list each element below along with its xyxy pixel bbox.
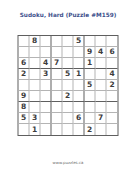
cell-r5c7-given: 5 [85, 80, 96, 91]
cell-r9c6-empty [74, 124, 85, 135]
cell-r3c8-empty [96, 58, 107, 69]
cell-r6c3-empty [41, 91, 52, 102]
cell-r6c8-empty [96, 91, 107, 102]
cell-r9c5-empty [63, 124, 74, 135]
cell-r1c7-empty [85, 36, 96, 47]
cell-r7c4-empty [52, 102, 63, 113]
cell-r5c1-empty [19, 80, 30, 91]
cell-r9c7-given: 2 [85, 124, 96, 135]
cell-r3c4-given: 7 [52, 58, 63, 69]
cell-r1c8-empty [96, 36, 107, 47]
cell-r8c6-given: 6 [74, 113, 85, 124]
cell-r4c4-empty [52, 69, 63, 80]
cell-r8c1-given: 5 [19, 113, 30, 124]
cell-r3c1-given: 6 [19, 58, 30, 69]
cell-r8c5-empty [63, 113, 74, 124]
cell-r6c6-empty [74, 91, 85, 102]
cell-r7c5-empty [63, 102, 74, 113]
cell-r8c7-empty [85, 113, 96, 124]
cell-r3c6-empty [74, 58, 85, 69]
cell-r7c6-empty [74, 102, 85, 113]
cell-r4c7-empty [85, 69, 96, 80]
cell-r5c4-empty [52, 80, 63, 91]
cell-r5c2-empty [30, 80, 41, 91]
cell-r9c8-empty [96, 124, 107, 135]
cell-r9c2-given: 1 [30, 124, 41, 135]
cell-r1c1-empty [19, 36, 30, 47]
sudoku-grid: 8594664712351452928536712 [18, 35, 119, 136]
cell-r7c8-empty [96, 102, 107, 113]
cell-r6c7-empty [85, 91, 96, 102]
cell-r2c5-empty [63, 47, 74, 58]
page-title: Sudoku, Hard (Puzzle #M159) [12, 12, 124, 19]
cell-r1c9-empty [107, 36, 118, 47]
cell-r1c4-empty [52, 36, 63, 47]
cell-r7c9-empty [107, 102, 118, 113]
cell-r7c3-empty [41, 102, 52, 113]
cell-r4c2-empty [30, 69, 41, 80]
cell-r6c4-empty [52, 91, 63, 102]
cell-r1c5-empty [63, 36, 74, 47]
cell-r6c2-empty [30, 91, 41, 102]
cell-r1c6-given: 5 [74, 36, 85, 47]
cell-r2c9-given: 6 [107, 47, 118, 58]
cell-r5c6-empty [74, 80, 85, 91]
cell-r4c8-empty [96, 69, 107, 80]
cell-r4c9-given: 4 [107, 69, 118, 80]
cell-r6c1-given: 9 [19, 91, 30, 102]
cell-r8c3-empty [41, 113, 52, 124]
cell-r2c7-given: 9 [85, 47, 96, 58]
cell-r9c9-empty [107, 124, 118, 135]
cell-r3c2-empty [30, 58, 41, 69]
cell-r1c3-empty [41, 36, 52, 47]
cell-r7c7-empty [85, 102, 96, 113]
cell-r2c1-empty [19, 47, 30, 58]
cell-r4c6-given: 1 [74, 69, 85, 80]
cell-r8c8-given: 7 [96, 113, 107, 124]
cell-r8c2-given: 3 [30, 113, 41, 124]
cell-r7c1-given: 8 [19, 102, 30, 113]
cell-r3c7-given: 1 [85, 58, 96, 69]
cell-r6c9-empty [107, 91, 118, 102]
cell-r5c3-empty [41, 80, 52, 91]
cell-r5c8-empty [96, 80, 107, 91]
cell-r9c4-empty [52, 124, 63, 135]
cell-r3c3-given: 4 [41, 58, 52, 69]
cell-r1c2-given: 8 [30, 36, 41, 47]
cell-r2c2-empty [30, 47, 41, 58]
cell-r3c5-empty [63, 58, 74, 69]
cell-r6c5-given: 2 [63, 91, 74, 102]
cell-r4c5-given: 5 [63, 69, 74, 80]
cell-r2c6-empty [74, 47, 85, 58]
cell-r4c1-given: 2 [19, 69, 30, 80]
cell-r4c3-given: 3 [41, 69, 52, 80]
cell-r8c4-empty [52, 113, 63, 124]
cell-r2c4-empty [52, 47, 63, 58]
cell-r7c2-empty [30, 102, 41, 113]
footer-url: www.puzzles.ca [24, 160, 112, 165]
cell-r2c3-empty [41, 47, 52, 58]
cell-r9c3-empty [41, 124, 52, 135]
cell-r5c5-empty [63, 80, 74, 91]
cell-r5c9-given: 2 [107, 80, 118, 91]
cell-r2c8-given: 4 [96, 47, 107, 58]
cell-r9c1-empty [19, 124, 30, 135]
cell-r8c9-empty [107, 113, 118, 124]
cell-r3c9-empty [107, 58, 118, 69]
